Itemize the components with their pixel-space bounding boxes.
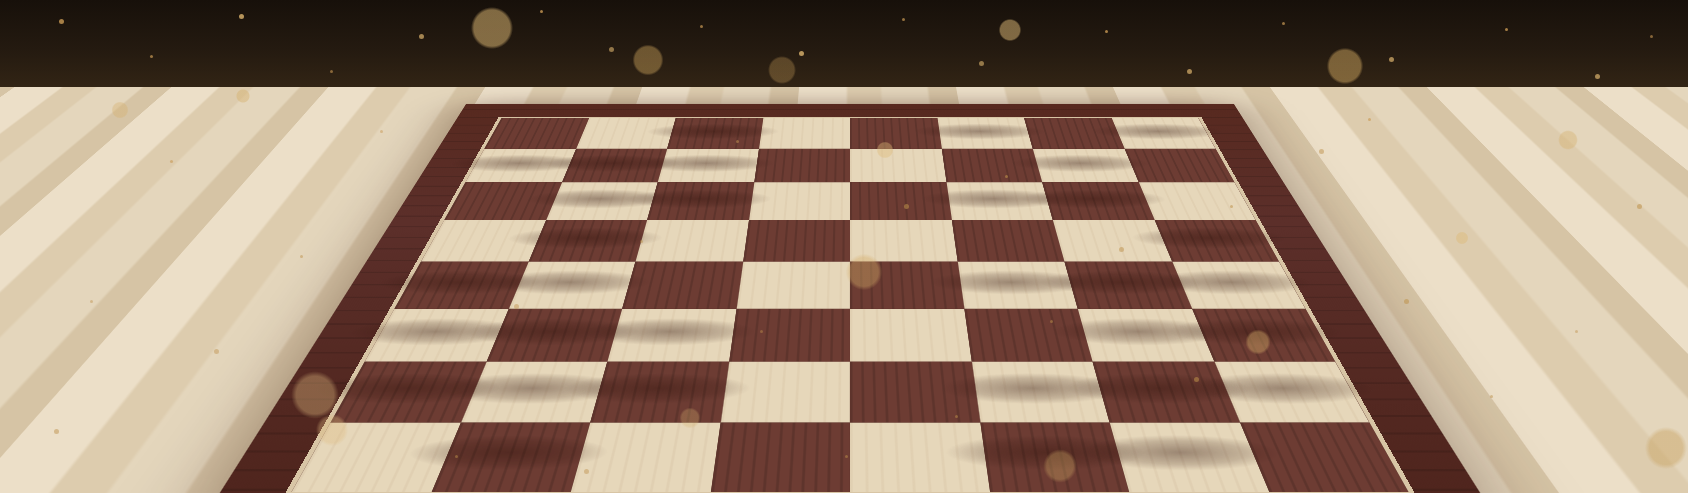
chess-scene: ♚♛♜♜♝♝♞♞♟♟♟♟♟♟♟♟♚♛♜♜♝♝♞♞♟♟♟♟♟♟♟♟ — [0, 0, 1688, 493]
square-a1[interactable] — [484, 118, 588, 149]
square-f5[interactable] — [850, 309, 971, 362]
square-d4[interactable] — [743, 220, 850, 262]
square-b5[interactable] — [850, 149, 946, 183]
square-d5[interactable] — [850, 220, 957, 262]
scene-3d: ♚♛♜♜♝♝♞♞♟♟♟♟♟♟♟♟♚♛♜♜♝♝♞♞♟♟♟♟♟♟♟♟ — [0, 0, 1688, 493]
square-h4[interactable] — [710, 422, 850, 492]
square-d6[interactable] — [951, 220, 1064, 262]
square-e4[interactable] — [736, 262, 850, 309]
